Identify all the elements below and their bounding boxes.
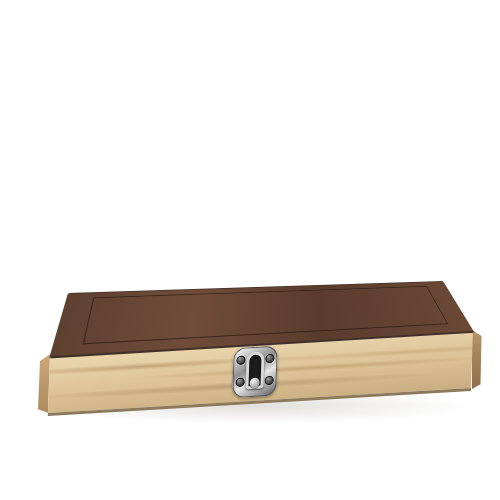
product-photo — [0, 0, 500, 500]
checkerboard — [84, 287, 447, 344]
latch — [232, 346, 278, 399]
light-chess-pieces-pile — [0, 0, 500, 500]
box-right-end-face — [472, 330, 482, 389]
dark-chess-pieces-pile — [0, 0, 500, 500]
checkers-and-dice-pile — [0, 0, 500, 500]
